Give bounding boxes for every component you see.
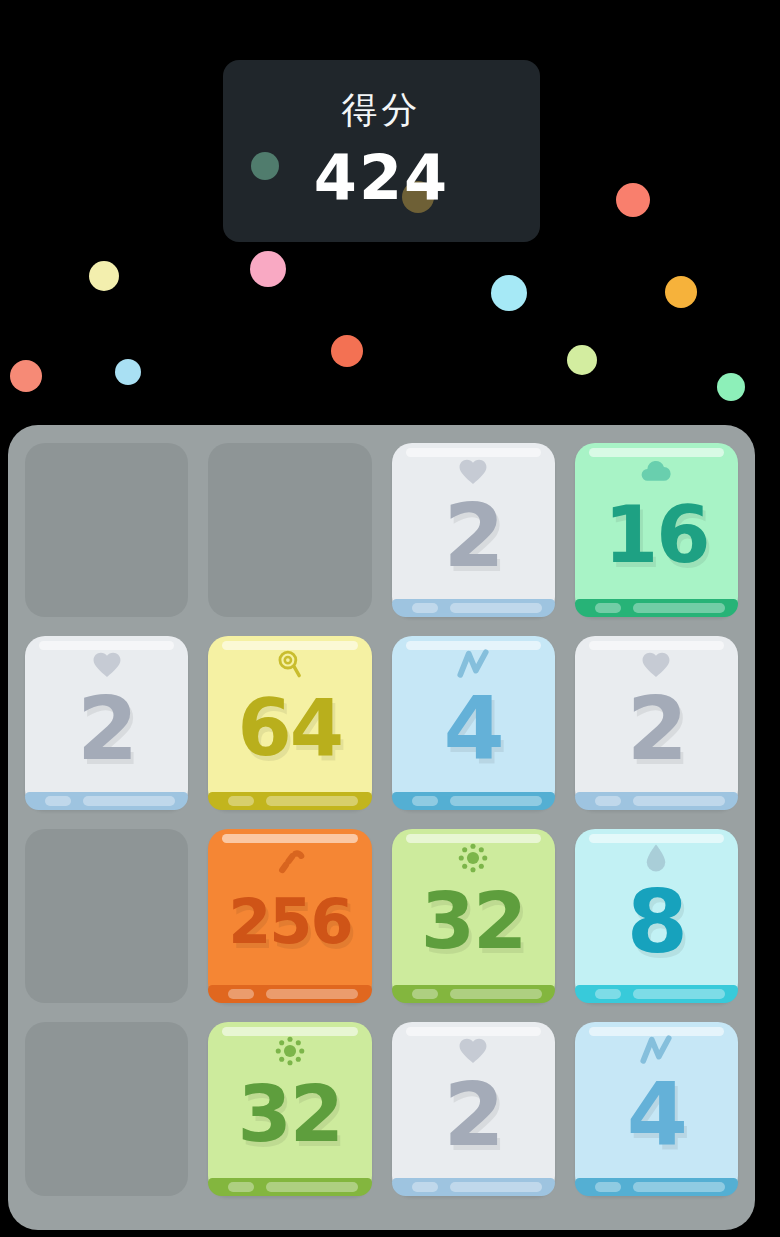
lip-highlight-long: [633, 796, 725, 806]
empty-cell: [25, 829, 188, 1003]
lip-highlight-small: [228, 989, 254, 999]
lip-highlight-long: [266, 796, 358, 806]
empty-cell: [25, 443, 188, 617]
tile-bottom-edge: [392, 599, 555, 617]
lip-highlight-long: [633, 1182, 725, 1192]
lip-highlight-small: [412, 796, 438, 806]
tile-number: 2: [392, 473, 555, 597]
lip-highlight-long: [266, 989, 358, 999]
score-panel: 得分 424: [223, 60, 540, 242]
tile-bottom-edge: [575, 792, 738, 810]
tile-bottom-edge: [25, 792, 188, 810]
lip-highlight-small: [45, 796, 71, 806]
lip-highlight-small: [228, 1182, 254, 1192]
tile-bottom-edge: [392, 792, 555, 810]
empty-cell: [208, 443, 371, 617]
lip-highlight-small: [228, 796, 254, 806]
tile-number: 32: [208, 1052, 371, 1176]
tile-bottom-edge: [208, 985, 371, 1003]
tile-number: 4: [392, 666, 555, 790]
confetti-dot: [616, 183, 650, 217]
tile-64: 64: [208, 636, 371, 810]
confetti-dot: [567, 345, 597, 375]
tile-256: 256: [208, 829, 371, 1003]
tile-number: 2: [25, 666, 188, 790]
tile-2: 2: [25, 636, 188, 810]
tile-8: 8: [575, 829, 738, 1003]
lip-highlight-long: [83, 796, 175, 806]
tile-32: 32: [392, 829, 555, 1003]
lip-highlight-long: [633, 989, 725, 999]
lip-highlight-small: [412, 989, 438, 999]
lip-highlight-long: [450, 603, 542, 613]
game-screen: { "game": "2048 (themed tiles with per-v…: [0, 0, 780, 1237]
empty-cell: [25, 1022, 188, 1196]
confetti-dot: [10, 360, 42, 392]
tile-2: 2: [392, 1022, 555, 1196]
score-value: 424: [223, 141, 540, 214]
tile-2: 2: [392, 443, 555, 617]
score-label: 得分: [223, 86, 540, 135]
tile-number: 16: [575, 473, 738, 597]
tile-32: 32: [208, 1022, 371, 1196]
tile-number: 2: [575, 666, 738, 790]
tile-number: 256: [208, 859, 371, 983]
lip-highlight-long: [450, 796, 542, 806]
tile-number: 64: [208, 666, 371, 790]
lip-highlight-small: [412, 603, 438, 613]
tile-bottom-edge: [392, 1178, 555, 1196]
confetti-dot: [250, 251, 286, 287]
tile-bottom-edge: [392, 985, 555, 1003]
lip-highlight-long: [450, 1182, 542, 1192]
tile-bottom-edge: [208, 792, 371, 810]
confetti-dot: [665, 276, 697, 308]
tile-bottom-edge: [575, 985, 738, 1003]
lip-highlight-long: [266, 1182, 358, 1192]
tile-4: 4: [575, 1022, 738, 1196]
lip-highlight-small: [595, 989, 621, 999]
tile-number: 4: [575, 1052, 738, 1176]
lip-highlight-small: [595, 1182, 621, 1192]
tile-bottom-edge: [575, 1178, 738, 1196]
lip-highlight-small: [595, 603, 621, 613]
confetti-dot: [491, 275, 527, 311]
tile-number: 32: [392, 859, 555, 983]
tile-4: 4: [392, 636, 555, 810]
tile-bottom-edge: [575, 599, 738, 617]
lip-highlight-long: [450, 989, 542, 999]
confetti-dot: [331, 335, 363, 367]
confetti-dot: [717, 373, 745, 401]
tile-bottom-edge: [208, 1178, 371, 1196]
tile-number: 8: [575, 859, 738, 983]
confetti-dot: [89, 261, 119, 291]
tile-number: 2: [392, 1052, 555, 1176]
lip-highlight-small: [595, 796, 621, 806]
lip-highlight-small: [412, 1182, 438, 1192]
lip-highlight-long: [633, 603, 725, 613]
tile-16: 16: [575, 443, 738, 617]
board[interactable]: 216264422563283224: [8, 425, 755, 1230]
confetti-dot: [115, 359, 141, 385]
tile-2: 2: [575, 636, 738, 810]
